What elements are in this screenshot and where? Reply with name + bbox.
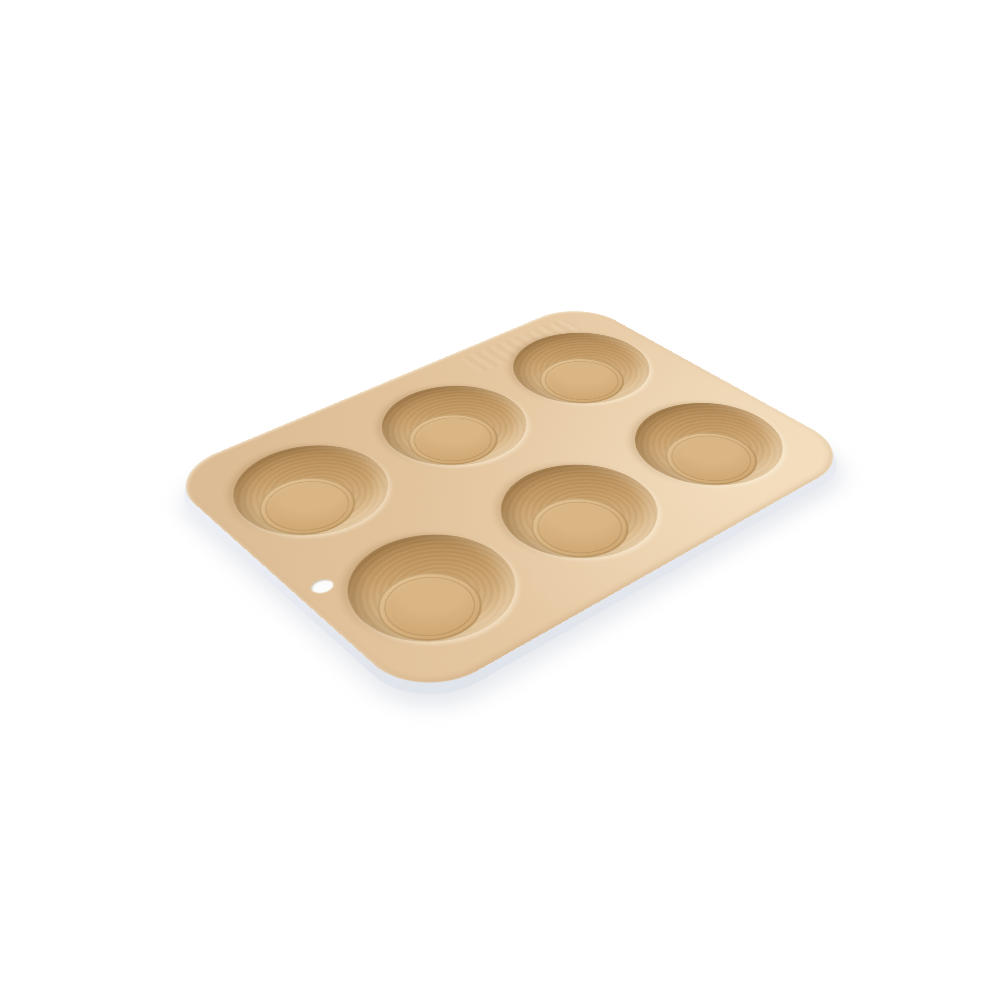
muffin-pan-stage — [236, 255, 792, 675]
muffin-cup-floor — [511, 487, 649, 570]
muffin-cup-floor — [390, 405, 516, 476]
muffin-cup-floor — [241, 467, 374, 547]
product-photo-background — [0, 0, 1000, 1000]
muffin-cup — [204, 429, 418, 556]
muffin-cup-floor — [522, 350, 642, 413]
muffin-cup — [315, 515, 550, 666]
muffin-cup-floor — [646, 422, 776, 495]
muffin-cup-floor — [357, 560, 503, 656]
hang-hole — [306, 576, 337, 595]
muffin-pan — [163, 301, 859, 704]
